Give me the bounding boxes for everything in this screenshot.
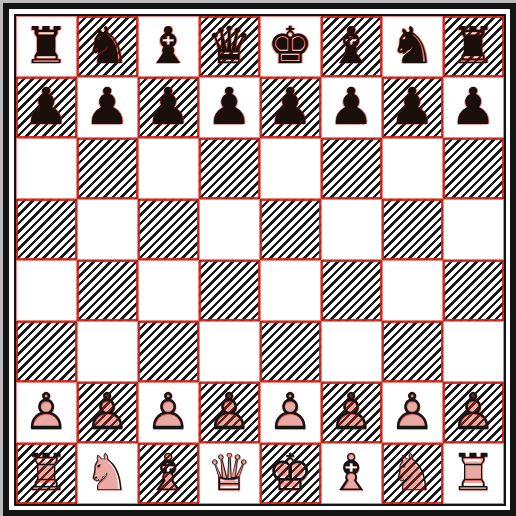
white-pawn-glyph: ♙ [260, 382, 321, 443]
white-rook-glyph: ♖ [16, 443, 77, 504]
square-b2[interactable]: ♟♙ [77, 382, 138, 443]
square-f5[interactable] [321, 199, 382, 260]
piece-white-bishop-c1[interactable]: ♝♗ [138, 443, 199, 504]
square-e6[interactable] [260, 138, 321, 199]
square-a5[interactable] [16, 199, 77, 260]
piece-black-pawn-g7[interactable]: ♟ [382, 77, 443, 138]
black-pawn-glyph: ♟ [199, 77, 260, 138]
board-inner-border: ♜♞♝♛♚♝♞♜♟♟♟♟♟♟♟♟♟♙♟♙♟♙♟♙♟♙♟♙♟♙♟♙♜♖♞♘♝♗♛♕… [14, 14, 506, 506]
chess-board: ♜♞♝♛♚♝♞♜♟♟♟♟♟♟♟♟♟♙♟♙♟♙♟♙♟♙♟♙♟♙♟♙♜♖♞♘♝♗♛♕… [16, 16, 504, 504]
square-d6[interactable] [199, 138, 260, 199]
square-d4[interactable] [199, 260, 260, 321]
square-c6[interactable] [138, 138, 199, 199]
square-e3[interactable] [260, 321, 321, 382]
square-g2[interactable]: ♟♙ [382, 382, 443, 443]
square-c1[interactable]: ♝♗ [138, 443, 199, 504]
black-king-glyph: ♚ [260, 16, 321, 77]
square-g1[interactable]: ♞♘ [382, 443, 443, 504]
square-h2[interactable]: ♟♙ [443, 382, 504, 443]
square-e7[interactable]: ♟ [260, 77, 321, 138]
white-pawn-glyph: ♙ [138, 382, 199, 443]
white-pawn-glyph: ♙ [77, 382, 138, 443]
square-h7[interactable]: ♟ [443, 77, 504, 138]
square-c8[interactable]: ♝ [138, 16, 199, 77]
square-h4[interactable] [443, 260, 504, 321]
square-d1[interactable]: ♛♕ [199, 443, 260, 504]
square-b7[interactable]: ♟ [77, 77, 138, 138]
square-f2[interactable]: ♟♙ [321, 382, 382, 443]
square-b3[interactable] [77, 321, 138, 382]
black-pawn-glyph: ♟ [260, 77, 321, 138]
square-g6[interactable] [382, 138, 443, 199]
square-f7[interactable]: ♟ [321, 77, 382, 138]
piece-black-pawn-f7[interactable]: ♟ [321, 77, 382, 138]
black-pawn-glyph: ♟ [382, 77, 443, 138]
piece-white-knight-b1[interactable]: ♞♘ [77, 443, 138, 504]
piece-white-pawn-g2[interactable]: ♟♙ [382, 382, 443, 443]
square-c4[interactable] [138, 260, 199, 321]
square-a1[interactable]: ♜♖ [16, 443, 77, 504]
piece-white-king-e1[interactable]: ♚♔ [260, 443, 321, 504]
black-rook-glyph: ♜ [443, 16, 504, 77]
black-bishop-glyph: ♝ [138, 16, 199, 77]
piece-white-queen-d1[interactable]: ♛♕ [199, 443, 260, 504]
black-rook-glyph: ♜ [16, 16, 77, 77]
black-queen-glyph: ♛ [199, 16, 260, 77]
square-d5[interactable] [199, 199, 260, 260]
square-a4[interactable] [16, 260, 77, 321]
white-pawn-glyph: ♙ [321, 382, 382, 443]
square-e2[interactable]: ♟♙ [260, 382, 321, 443]
piece-black-pawn-d7[interactable]: ♟ [199, 77, 260, 138]
square-h5[interactable] [443, 199, 504, 260]
square-b4[interactable] [77, 260, 138, 321]
square-c7[interactable]: ♟ [138, 77, 199, 138]
square-b6[interactable] [77, 138, 138, 199]
piece-black-knight-g8[interactable]: ♞ [382, 16, 443, 77]
white-pawn-glyph: ♙ [443, 382, 504, 443]
square-e1[interactable]: ♚♔ [260, 443, 321, 504]
page-background: ♜♞♝♛♚♝♞♜♟♟♟♟♟♟♟♟♟♙♟♙♟♙♟♙♟♙♟♙♟♙♟♙♜♖♞♘♝♗♛♕… [0, 0, 516, 516]
white-pawn-glyph: ♙ [199, 382, 260, 443]
white-king-glyph: ♔ [260, 443, 321, 504]
piece-black-pawn-a7[interactable]: ♟ [16, 77, 77, 138]
black-knight-glyph: ♞ [77, 16, 138, 77]
black-pawn-glyph: ♟ [443, 77, 504, 138]
square-a2[interactable]: ♟♙ [16, 382, 77, 443]
square-c5[interactable] [138, 199, 199, 260]
square-d8[interactable]: ♛ [199, 16, 260, 77]
piece-black-pawn-h7[interactable]: ♟ [443, 77, 504, 138]
square-g4[interactable] [382, 260, 443, 321]
square-a7[interactable]: ♟ [16, 77, 77, 138]
black-knight-glyph: ♞ [382, 16, 443, 77]
square-e8[interactable]: ♚ [260, 16, 321, 77]
square-f6[interactable] [321, 138, 382, 199]
square-a3[interactable] [16, 321, 77, 382]
black-pawn-glyph: ♟ [138, 77, 199, 138]
square-f4[interactable] [321, 260, 382, 321]
piece-black-pawn-c7[interactable]: ♟ [138, 77, 199, 138]
piece-white-pawn-d2[interactable]: ♟♙ [199, 382, 260, 443]
piece-black-bishop-c8[interactable]: ♝ [138, 16, 199, 77]
piece-white-pawn-a2[interactable]: ♟♙ [16, 382, 77, 443]
square-g7[interactable]: ♟ [382, 77, 443, 138]
white-queen-glyph: ♕ [199, 443, 260, 504]
piece-black-knight-b8[interactable]: ♞ [77, 16, 138, 77]
square-e4[interactable] [260, 260, 321, 321]
piece-black-rook-h8[interactable]: ♜ [443, 16, 504, 77]
piece-white-pawn-e2[interactable]: ♟♙ [260, 382, 321, 443]
white-rook-glyph: ♖ [443, 443, 504, 504]
piece-white-bishop-f1[interactable]: ♝♗ [321, 443, 382, 504]
square-h3[interactable] [443, 321, 504, 382]
black-pawn-glyph: ♟ [77, 77, 138, 138]
white-pawn-glyph: ♙ [16, 382, 77, 443]
board-frame: ♜♞♝♛♚♝♞♜♟♟♟♟♟♟♟♟♟♙♟♙♟♙♟♙♟♙♟♙♟♙♟♙♜♖♞♘♝♗♛♕… [3, 3, 516, 516]
black-pawn-glyph: ♟ [16, 77, 77, 138]
piece-white-pawn-b2[interactable]: ♟♙ [77, 382, 138, 443]
square-a8[interactable]: ♜ [16, 16, 77, 77]
piece-white-rook-a1[interactable]: ♜♖ [16, 443, 77, 504]
white-knight-glyph: ♘ [77, 443, 138, 504]
piece-black-bishop-f8[interactable]: ♝ [321, 16, 382, 77]
piece-black-king-e8[interactable]: ♚ [260, 16, 321, 77]
square-d3[interactable] [199, 321, 260, 382]
square-g8[interactable]: ♞ [382, 16, 443, 77]
white-pawn-glyph: ♙ [382, 382, 443, 443]
piece-white-pawn-h2[interactable]: ♟♙ [443, 382, 504, 443]
piece-black-queen-d8[interactable]: ♛ [199, 16, 260, 77]
square-f8[interactable]: ♝ [321, 16, 382, 77]
square-f3[interactable] [321, 321, 382, 382]
square-c2[interactable]: ♟♙ [138, 382, 199, 443]
piece-white-knight-g1[interactable]: ♞♘ [382, 443, 443, 504]
square-b1[interactable]: ♞♘ [77, 443, 138, 504]
square-e5[interactable] [260, 199, 321, 260]
white-knight-glyph: ♘ [382, 443, 443, 504]
square-b5[interactable] [77, 199, 138, 260]
piece-white-pawn-f2[interactable]: ♟♙ [321, 382, 382, 443]
white-bishop-glyph: ♗ [321, 443, 382, 504]
piece-white-rook-h1[interactable]: ♜♖ [443, 443, 504, 504]
square-a6[interactable] [16, 138, 77, 199]
square-g3[interactable] [382, 321, 443, 382]
black-bishop-glyph: ♝ [321, 16, 382, 77]
square-h6[interactable] [443, 138, 504, 199]
square-h1[interactable]: ♜♖ [443, 443, 504, 504]
square-h8[interactable]: ♜ [443, 16, 504, 77]
white-bishop-glyph: ♗ [138, 443, 199, 504]
piece-black-rook-a8[interactable]: ♜ [16, 16, 77, 77]
square-c3[interactable] [138, 321, 199, 382]
piece-black-pawn-e7[interactable]: ♟ [260, 77, 321, 138]
piece-black-pawn-b7[interactable]: ♟ [77, 77, 138, 138]
square-d7[interactable]: ♟ [199, 77, 260, 138]
square-d2[interactable]: ♟♙ [199, 382, 260, 443]
square-f1[interactable]: ♝♗ [321, 443, 382, 504]
piece-white-pawn-c2[interactable]: ♟♙ [138, 382, 199, 443]
square-g5[interactable] [382, 199, 443, 260]
black-pawn-glyph: ♟ [321, 77, 382, 138]
square-b8[interactable]: ♞ [77, 16, 138, 77]
